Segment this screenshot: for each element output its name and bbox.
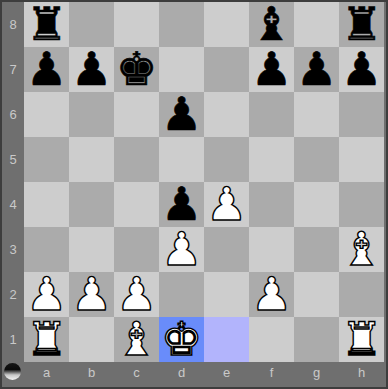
square-b1[interactable] [69,317,114,362]
square-h3[interactable]: ♝ [339,227,384,272]
square-a5[interactable] [24,137,69,182]
square-d1[interactable]: ♚ [159,317,204,362]
square-e1[interactable] [204,317,249,362]
black-pawn[interactable]: ♟ [161,182,202,227]
square-g3[interactable] [294,227,339,272]
rank-label: 8 [2,2,24,47]
white-bishop[interactable]: ♝ [341,227,382,272]
black-pawn[interactable]: ♟ [71,47,112,92]
square-f3[interactable] [249,227,294,272]
square-f7[interactable]: ♟ [249,47,294,92]
square-c5[interactable] [114,137,159,182]
white-pawn[interactable]: ♟ [116,272,157,317]
black-bishop[interactable]: ♝ [251,2,292,47]
square-f1[interactable] [249,317,294,362]
square-e8[interactable] [204,2,249,47]
rank-label: 3 [2,227,24,272]
square-c3[interactable] [114,227,159,272]
square-e6[interactable] [204,92,249,137]
square-c4[interactable] [114,182,159,227]
file-label: h [339,362,384,385]
rank-label: 6 [2,92,24,137]
square-e5[interactable] [204,137,249,182]
chess-board[interactable]: ♜♝♜♟♟♚♟♟♟♟♟♟♟♝♟♟♟♟♜♝♚♜ [24,2,384,362]
square-b3[interactable] [69,227,114,272]
square-c2[interactable]: ♟ [114,272,159,317]
file-label: c [114,362,159,385]
white-bishop[interactable]: ♝ [116,317,157,362]
square-g5[interactable] [294,137,339,182]
white-pawn[interactable]: ♟ [251,272,292,317]
black-rook[interactable]: ♜ [341,2,382,47]
square-h5[interactable] [339,137,384,182]
square-g1[interactable] [294,317,339,362]
square-e7[interactable] [204,47,249,92]
square-d4[interactable]: ♟ [159,182,204,227]
square-f4[interactable] [249,182,294,227]
square-a4[interactable] [24,182,69,227]
square-c1[interactable]: ♝ [114,317,159,362]
rank-label: 5 [2,137,24,182]
white-pawn[interactable]: ♟ [206,182,247,227]
black-rook[interactable]: ♜ [26,2,67,47]
white-pawn[interactable]: ♟ [71,272,112,317]
square-d7[interactable] [159,47,204,92]
black-pawn[interactable]: ♟ [296,47,337,92]
square-d2[interactable] [159,272,204,317]
square-g4[interactable] [294,182,339,227]
square-a8[interactable]: ♜ [24,2,69,47]
square-a1[interactable]: ♜ [24,317,69,362]
rank-coordinates: 8 7 6 5 4 3 2 1 [2,2,24,362]
square-b5[interactable] [69,137,114,182]
square-f6[interactable] [249,92,294,137]
square-b7[interactable]: ♟ [69,47,114,92]
white-pawn[interactable]: ♟ [26,272,67,317]
square-h8[interactable]: ♜ [339,2,384,47]
square-g7[interactable]: ♟ [294,47,339,92]
file-coordinates: a b c d e f g h [24,362,384,385]
square-g2[interactable] [294,272,339,317]
square-f2[interactable]: ♟ [249,272,294,317]
square-h2[interactable] [339,272,384,317]
black-king[interactable]: ♚ [116,47,157,92]
rank-label: 1 [2,317,24,362]
square-f5[interactable] [249,137,294,182]
square-b2[interactable]: ♟ [69,272,114,317]
white-rook[interactable]: ♜ [26,317,67,362]
rank-label: 2 [2,272,24,317]
black-pawn[interactable]: ♟ [26,47,67,92]
chess-board-window: 8 7 6 5 4 3 2 1 ♜♝♜♟♟♚♟♟♟♟♟♟♟♝♟♟♟♟♜♝♚♜ a… [0,0,388,389]
white-pawn[interactable]: ♟ [161,227,202,272]
square-b4[interactable] [69,182,114,227]
file-label: g [294,362,339,385]
file-label: e [204,362,249,385]
square-a7[interactable]: ♟ [24,47,69,92]
black-pawn[interactable]: ♟ [341,47,382,92]
square-g8[interactable] [294,2,339,47]
square-h1[interactable]: ♜ [339,317,384,362]
square-c6[interactable] [114,92,159,137]
square-a6[interactable] [24,92,69,137]
square-e3[interactable] [204,227,249,272]
rank-label: 7 [2,47,24,92]
square-g6[interactable] [294,92,339,137]
square-d6[interactable]: ♟ [159,92,204,137]
square-f8[interactable]: ♝ [249,2,294,47]
square-d3[interactable]: ♟ [159,227,204,272]
rank-label: 4 [2,182,24,227]
black-pawn[interactable]: ♟ [161,92,202,137]
file-label: b [69,362,114,385]
file-label: a [24,362,69,385]
square-c8[interactable] [114,2,159,47]
file-label: f [249,362,294,385]
white-king[interactable]: ♚ [161,317,202,362]
black-pawn[interactable]: ♟ [251,47,292,92]
file-label: d [159,362,204,385]
square-h6[interactable] [339,92,384,137]
square-b6[interactable] [69,92,114,137]
square-h4[interactable] [339,182,384,227]
square-c7[interactable]: ♚ [114,47,159,92]
white-rook[interactable]: ♜ [341,317,382,362]
square-a2[interactable]: ♟ [24,272,69,317]
square-h7[interactable]: ♟ [339,47,384,92]
square-b8[interactable] [69,2,114,47]
square-e2[interactable] [204,272,249,317]
square-e4[interactable]: ♟ [204,182,249,227]
square-d8[interactable] [159,2,204,47]
side-to-move-indicator [4,363,21,380]
square-a3[interactable] [24,227,69,272]
square-d5[interactable] [159,137,204,182]
